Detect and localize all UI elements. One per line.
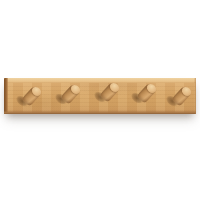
product-photo	[0, 0, 200, 200]
peg-end-cap	[179, 85, 192, 98]
peg-end-cap	[68, 83, 81, 96]
peg-end-cap	[107, 81, 120, 94]
peg-end-cap	[29, 85, 42, 98]
peg-row	[4, 78, 196, 114]
peg-end-cap	[144, 82, 157, 95]
coat-rack-board	[4, 78, 196, 114]
